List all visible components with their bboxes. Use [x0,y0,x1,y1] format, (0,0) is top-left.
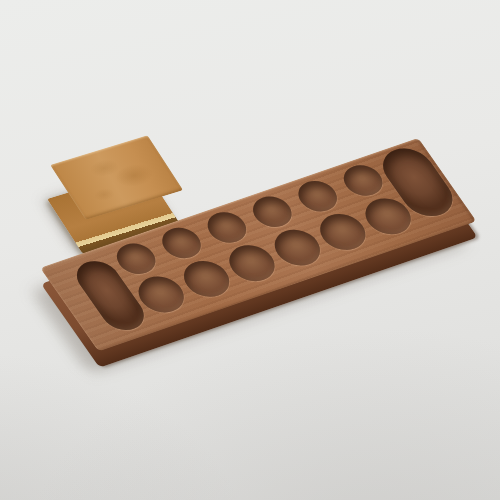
photo-scene [0,0,500,500]
pit-far-6[interactable] [336,161,389,201]
